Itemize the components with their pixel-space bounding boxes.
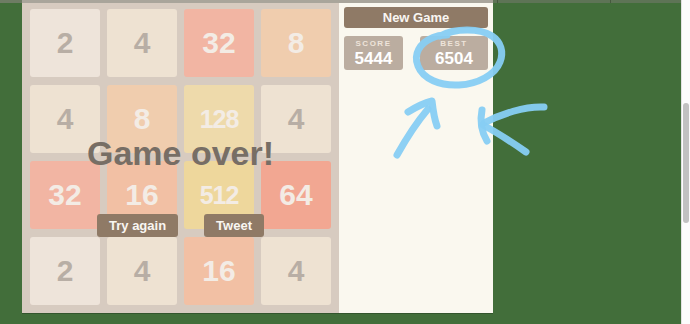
new-game-button[interactable]: New Game [344,7,488,28]
tab-divider-tick [497,0,498,3]
best-label: BEST [440,39,467,49]
board: 2432848128432165126424164 Game over! Try… [22,3,339,313]
game-over-buttons: Try again Tweet [22,214,339,237]
best-value: 6504 [435,49,473,68]
game-over-layer: Game over! Try again Tweet [22,3,339,313]
game-over-title: Game over! [22,134,339,173]
scores-row: SCORE 5444 BEST 6504 [344,36,488,70]
game-2048-container: 2432848128432165126424164 Game over! Try… [22,3,493,313]
scrollbar-track[interactable] [681,0,690,324]
browser-edge-strip [0,0,22,3]
browser-viewport: 2432848128432165126424164 Game over! Try… [0,0,690,324]
score-value: 5444 [355,49,393,68]
best-score-box: BEST 6504 [420,36,488,70]
score-panel: New Game SCORE 5444 BEST 6504 [339,3,493,313]
try-again-button[interactable]: Try again [97,214,178,237]
score-box: SCORE 5444 [344,36,403,70]
annotation-arrow-up-left-barb-top [484,107,544,123]
tab-divider-tick [610,0,611,3]
browser-edge-strip [493,0,690,3]
tweet-button[interactable]: Tweet [204,214,264,237]
score-label: SCORE [356,39,392,49]
scrollbar-thumb[interactable] [683,103,689,223]
